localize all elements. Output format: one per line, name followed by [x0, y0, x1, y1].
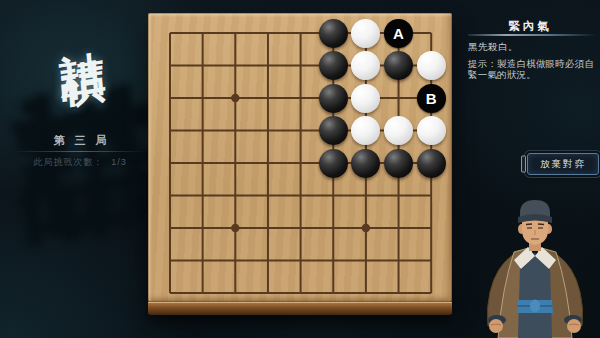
black-stone	[384, 51, 413, 80]
intersection-f8	[317, 49, 350, 82]
black-stone	[319, 84, 348, 113]
black-stone	[319, 116, 348, 145]
intersection-d8[interactable]	[252, 49, 285, 82]
intersection-e1[interactable]	[284, 277, 317, 310]
black-stone	[384, 149, 413, 178]
intersection-b4[interactable]	[186, 179, 219, 212]
intersection-c1[interactable]	[219, 277, 252, 310]
title-underline	[468, 34, 596, 36]
white-stone	[351, 19, 380, 48]
label-marker-b[interactable]: B	[417, 84, 446, 113]
intersection-a6[interactable]	[154, 114, 187, 147]
intersection-f3[interactable]	[317, 212, 350, 245]
intersection-f2[interactable]	[317, 244, 350, 277]
black-stone	[319, 51, 348, 80]
intersection-e2[interactable]	[284, 244, 317, 277]
intersection-a5[interactable]	[154, 147, 187, 180]
intersection-a7[interactable]	[154, 82, 187, 115]
intersection-g3[interactable]	[350, 212, 383, 245]
intersection-a8[interactable]	[154, 49, 187, 82]
board-intersections: AB	[154, 17, 448, 310]
intersection-c8[interactable]	[219, 49, 252, 82]
intersection-i6	[415, 114, 448, 147]
intersection-a2[interactable]	[154, 244, 187, 277]
intersection-d7[interactable]	[252, 82, 285, 115]
attempts-counter: 此局挑戰次數：1/3	[0, 156, 160, 169]
intersection-d2[interactable]	[252, 244, 285, 277]
intersection-b1[interactable]	[186, 277, 219, 310]
intersection-g6	[350, 114, 383, 147]
intersection-i7[interactable]: B	[415, 82, 448, 115]
intersection-d4[interactable]	[252, 179, 285, 212]
intersection-e4[interactable]	[284, 179, 317, 212]
intersection-h5	[382, 147, 415, 180]
intersection-d3[interactable]	[252, 212, 285, 245]
intersection-b2[interactable]	[186, 244, 219, 277]
puzzle-title: 緊內氣	[468, 19, 592, 34]
intersection-a4[interactable]	[154, 179, 187, 212]
intersection-e8[interactable]	[284, 49, 317, 82]
character-illustration	[470, 196, 600, 338]
intersection-e5[interactable]	[284, 147, 317, 180]
intersection-g1[interactable]	[350, 277, 383, 310]
intersection-c7[interactable]	[219, 82, 252, 115]
intersection-i9[interactable]	[415, 17, 448, 50]
intersection-h2[interactable]	[382, 244, 415, 277]
intersection-f6	[317, 114, 350, 147]
intersection-h4[interactable]	[382, 179, 415, 212]
intersection-b7[interactable]	[186, 82, 219, 115]
intersection-d5[interactable]	[252, 147, 285, 180]
intersection-g5	[350, 147, 383, 180]
intersection-e3[interactable]	[284, 212, 317, 245]
intersection-f7	[317, 82, 350, 115]
white-stone	[384, 116, 413, 145]
intersection-c4[interactable]	[219, 179, 252, 212]
intersection-f1[interactable]	[317, 277, 350, 310]
label-marker-a[interactable]: A	[384, 19, 413, 48]
intersection-i2[interactable]	[415, 244, 448, 277]
intersection-c3[interactable]	[219, 212, 252, 245]
intersection-f9	[317, 17, 350, 50]
round-label: 第三局	[0, 133, 160, 148]
attempts-label: 此局挑戰次數：	[33, 157, 103, 167]
intersection-d1[interactable]	[252, 277, 285, 310]
intersection-e9[interactable]	[284, 17, 317, 50]
intersection-c5[interactable]	[219, 147, 252, 180]
intersection-g9	[350, 17, 383, 50]
intersection-c6[interactable]	[219, 114, 252, 147]
intersection-b3[interactable]	[186, 212, 219, 245]
black-stone	[417, 149, 446, 178]
white-stone	[351, 84, 380, 113]
intersection-i8	[415, 49, 448, 82]
hint-text: 提示：製造白棋做眼時必須自緊一氣的狀況。	[468, 58, 598, 80]
intersection-g7	[350, 82, 383, 115]
intersection-i5	[415, 147, 448, 180]
intersection-c9[interactable]	[219, 17, 252, 50]
intersection-g2[interactable]	[350, 244, 383, 277]
intersection-h9[interactable]: A	[382, 17, 415, 50]
white-stone	[417, 51, 446, 80]
intersection-c2[interactable]	[219, 244, 252, 277]
puzzle-mode-calligraphy: 詰棋	[55, 13, 101, 38]
intersection-d6[interactable]	[252, 114, 285, 147]
intersection-d9[interactable]	[252, 17, 285, 50]
intersection-b9[interactable]	[186, 17, 219, 50]
intersection-a1[interactable]	[154, 277, 187, 310]
intersection-f4[interactable]	[317, 179, 350, 212]
white-stone	[417, 116, 446, 145]
intersection-i1[interactable]	[415, 277, 448, 310]
intersection-h6	[382, 114, 415, 147]
intersection-i3[interactable]	[415, 212, 448, 245]
left-divider	[14, 151, 146, 152]
game-screen: 詰棋 詰棋 第三局 此局挑戰次數：1/3 AB 緊內氣 黑先殺白。 提示：製造白…	[0, 0, 600, 338]
intersection-b6[interactable]	[186, 114, 219, 147]
intersection-g8	[350, 49, 383, 82]
black-stone	[351, 149, 380, 178]
intersection-i4[interactable]	[415, 179, 448, 212]
intersection-b8[interactable]	[186, 49, 219, 82]
intersection-f5	[317, 147, 350, 180]
black-stone	[319, 19, 348, 48]
resign-button[interactable]: 放棄對弈	[527, 153, 599, 175]
intersection-a9[interactable]	[154, 17, 187, 50]
white-stone	[351, 51, 380, 80]
intersection-b5[interactable]	[186, 147, 219, 180]
intersection-e6[interactable]	[284, 114, 317, 147]
attempts-value: 1/3	[111, 157, 127, 167]
intersection-h7[interactable]	[382, 82, 415, 115]
intersection-h8	[382, 49, 415, 82]
objective-text: 黑先殺白。	[468, 41, 518, 54]
intersection-a3[interactable]	[154, 212, 187, 245]
intersection-g4[interactable]	[350, 179, 383, 212]
intersection-e7[interactable]	[284, 82, 317, 115]
intersection-h3[interactable]	[382, 212, 415, 245]
white-stone	[351, 116, 380, 145]
black-stone	[319, 149, 348, 178]
intersection-h1[interactable]	[382, 277, 415, 310]
